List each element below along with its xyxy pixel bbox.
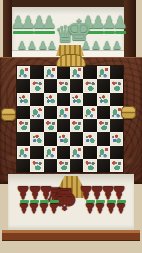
square-b6[interactable] [30,93,43,106]
square-f7[interactable] [83,79,96,92]
square-e1[interactable] [70,159,83,172]
square-g2[interactable] [97,146,110,159]
square-f2[interactable] [83,146,96,159]
square-g5[interactable] [97,106,110,119]
square-h7[interactable] [110,79,123,92]
square-b5[interactable] [30,106,43,119]
display-shelf [2,230,140,241]
square-g7[interactable] [97,79,110,92]
square-h2[interactable] [110,146,123,159]
square-e5[interactable] [70,106,83,119]
tray-piece-green-figurine[interactable]: ♟ [112,13,128,32]
square-f3[interactable] [83,132,96,145]
chess-set-scene: ♟♟♟♟♟♟♟♟♛♚♟♟♟♟♟♟♟♟ ♟♟♟♟♟♟♟♛♚♟♟♟♟♟♟♟♟ [0,0,142,253]
square-d8[interactable] [57,66,70,79]
square-e3[interactable] [70,132,83,145]
square-b2[interactable] [30,146,43,159]
square-f5[interactable] [83,106,96,119]
square-d4[interactable] [57,119,70,132]
square-f8[interactable] [83,66,96,79]
hinge-left-icon [1,108,16,121]
square-a3[interactable] [17,132,30,145]
square-a6[interactable] [17,93,30,106]
square-a1[interactable] [17,159,30,172]
tray-piece-green-pawn[interactable]: ♟ [109,39,125,52]
fan-crest-ornament [56,54,86,67]
square-e4[interactable] [70,119,83,132]
square-a7[interactable] [17,79,30,92]
chess-board [16,65,124,173]
tray-piece-red-king[interactable]: ♚ [62,183,78,216]
square-g3[interactable] [97,132,110,145]
tray-piece-red-pawn[interactable]: ♟ [113,201,129,216]
square-d5[interactable] [57,106,70,119]
square-a4[interactable] [17,119,30,132]
square-g1[interactable] [97,159,110,172]
square-g4[interactable] [97,119,110,132]
square-c1[interactable] [44,159,57,172]
square-c8[interactable] [44,66,57,79]
square-c6[interactable] [44,93,57,106]
square-h4[interactable] [110,119,123,132]
hinge-right-icon [121,106,136,119]
felt-pad [117,200,126,203]
square-d6[interactable] [57,93,70,106]
square-d7[interactable] [57,79,70,92]
square-f4[interactable] [83,119,96,132]
square-e6[interactable] [70,93,83,106]
square-c7[interactable] [44,79,57,92]
square-a8[interactable] [17,66,30,79]
square-c5[interactable] [44,106,57,119]
square-a2[interactable] [17,146,30,159]
square-e2[interactable] [70,146,83,159]
felt-pad [50,200,59,203]
square-f6[interactable] [83,93,96,106]
square-e8[interactable] [70,66,83,79]
square-b3[interactable] [30,132,43,145]
square-h3[interactable] [110,132,123,145]
square-f1[interactable] [83,159,96,172]
square-c4[interactable] [44,119,57,132]
square-e7[interactable] [70,79,83,92]
square-b1[interactable] [30,159,43,172]
square-g8[interactable] [97,66,110,79]
square-h6[interactable] [110,93,123,106]
square-c3[interactable] [44,132,57,145]
tray-piece-green-pawn[interactable]: ♟ [44,39,60,52]
square-h8[interactable] [110,66,123,79]
cabinet-top-bar [3,0,136,7]
square-a5[interactable] [17,106,30,119]
square-b4[interactable] [30,119,43,132]
square-h1[interactable] [110,159,123,172]
square-b7[interactable] [30,79,43,92]
square-b8[interactable] [30,66,43,79]
square-d1[interactable] [57,159,70,172]
square-d2[interactable] [57,146,70,159]
square-g6[interactable] [97,93,110,106]
square-c2[interactable] [44,146,57,159]
square-d3[interactable] [57,132,70,145]
tray-piece-red-pawn[interactable]: ♟ [46,201,62,216]
